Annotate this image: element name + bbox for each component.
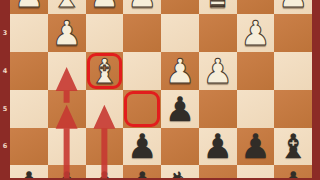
square-g6[interactable]: [48, 128, 86, 166]
rank-label-4: 4: [0, 52, 10, 90]
square-g2[interactable]: ♝: [48, 0, 86, 14]
square-f6[interactable]: [86, 128, 124, 166]
square-b6[interactable]: ♟: [237, 128, 275, 166]
square-f2[interactable]: ♟: [86, 0, 124, 14]
square-f5[interactable]: [86, 90, 124, 128]
square-c3[interactable]: [199, 14, 237, 52]
square-g4[interactable]: [48, 52, 86, 90]
square-e2[interactable]: ♟: [123, 0, 161, 14]
white-pawn[interactable]: ♟: [86, 0, 124, 14]
square-c2[interactable]: ♛: [199, 0, 237, 14]
square-h2[interactable]: ♟: [10, 0, 48, 14]
square-a3[interactable]: [274, 14, 312, 52]
square-b5[interactable]: [237, 90, 275, 128]
rank-label-3: 3: [0, 14, 10, 52]
square-a5[interactable]: [274, 90, 312, 128]
square-e5[interactable]: [123, 90, 161, 128]
chess-board-screenshot: ♟♝♟♟♛♟♟♟♝♟♟♟♟♟♟♝♟♟♟♝♞♟ 3456: [0, 0, 320, 180]
white-pawn[interactable]: ♟: [199, 52, 237, 90]
white-pawn[interactable]: ♟: [123, 0, 161, 14]
square-h3[interactable]: [10, 14, 48, 52]
square-e3[interactable]: [123, 14, 161, 52]
black-pawn[interactable]: ♟: [123, 128, 161, 166]
square-a2[interactable]: ♟: [274, 0, 312, 14]
square-f3[interactable]: [86, 14, 124, 52]
square-c5[interactable]: [199, 90, 237, 128]
square-h6[interactable]: [10, 128, 48, 166]
square-d3[interactable]: [161, 14, 199, 52]
square-b3[interactable]: ♟: [237, 14, 275, 52]
square-c4[interactable]: ♟: [199, 52, 237, 90]
square-d6[interactable]: [161, 128, 199, 166]
square-d4[interactable]: ♟: [161, 52, 199, 90]
square-d5[interactable]: ♟: [161, 90, 199, 128]
white-queen[interactable]: ♛: [199, 0, 237, 14]
rank-label-6: 6: [0, 128, 10, 166]
black-pawn[interactable]: ♟: [199, 128, 237, 166]
white-pawn[interactable]: ♟: [161, 52, 199, 90]
square-a4[interactable]: [274, 52, 312, 90]
white-bishop[interactable]: ♝: [48, 0, 86, 14]
black-pawn[interactable]: ♟: [161, 90, 199, 128]
black-bishop[interactable]: ♝: [274, 128, 312, 166]
chess-board: ♟♝♟♟♛♟♟♟♝♟♟♟♟♟♟♝♟♟♟♝♞♟: [10, 0, 312, 180]
square-e4[interactable]: [123, 52, 161, 90]
square-b4[interactable]: [237, 52, 275, 90]
white-pawn[interactable]: ♟: [10, 0, 48, 14]
square-a6[interactable]: ♝: [274, 128, 312, 166]
white-bishop[interactable]: ♝: [86, 52, 124, 90]
square-f4[interactable]: ♝: [86, 52, 124, 90]
square-h5[interactable]: [10, 90, 48, 128]
white-pawn[interactable]: ♟: [237, 14, 275, 52]
square-e6[interactable]: ♟: [123, 128, 161, 166]
white-pawn[interactable]: ♟: [274, 0, 312, 14]
board-bottom-border: [0, 178, 320, 180]
white-pawn[interactable]: ♟: [48, 14, 86, 52]
square-h4[interactable]: [10, 52, 48, 90]
rank-label-5: 5: [0, 90, 10, 128]
square-g5[interactable]: [48, 90, 86, 128]
black-pawn[interactable]: ♟: [237, 128, 275, 166]
square-c6[interactable]: ♟: [199, 128, 237, 166]
square-d2[interactable]: [161, 0, 199, 14]
square-b2[interactable]: [237, 0, 275, 14]
square-g3[interactable]: ♟: [48, 14, 86, 52]
